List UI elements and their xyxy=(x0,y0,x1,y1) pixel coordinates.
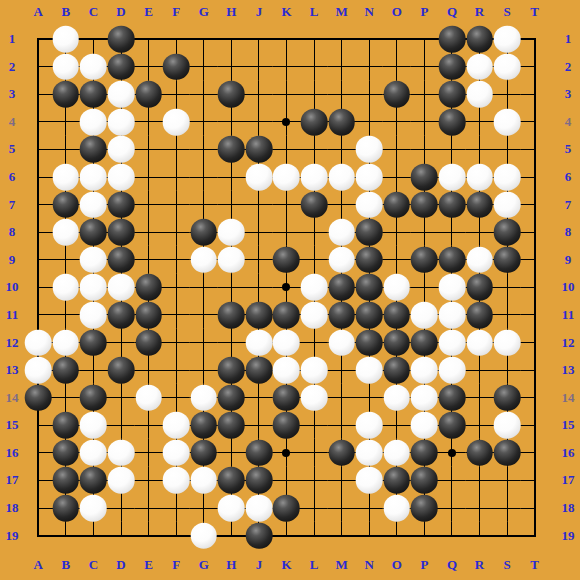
board-intersection[interactable] xyxy=(162,53,190,81)
board-intersection[interactable] xyxy=(80,494,108,522)
board-intersection[interactable] xyxy=(521,356,549,384)
board-intersection[interactable] xyxy=(355,136,383,164)
board-intersection[interactable] xyxy=(245,246,273,274)
board-intersection[interactable] xyxy=(190,53,218,81)
board-intersection[interactable] xyxy=(218,108,246,136)
board-intersection[interactable] xyxy=(135,246,163,274)
board-intersection[interactable] xyxy=(52,53,80,81)
board-intersection[interactable] xyxy=(521,522,549,550)
board-intersection[interactable] xyxy=(493,356,521,384)
board-intersection[interactable] xyxy=(300,411,328,439)
board-intersection[interactable] xyxy=(52,439,80,467)
board-intersection[interactable] xyxy=(80,108,108,136)
board-intersection[interactable] xyxy=(162,25,190,53)
board-intersection[interactable] xyxy=(328,53,356,81)
board-intersection[interactable] xyxy=(466,439,494,467)
board-intersection[interactable] xyxy=(355,384,383,412)
board-intersection[interactable] xyxy=(80,411,108,439)
board-intersection[interactable] xyxy=(245,81,273,109)
board-intersection[interactable] xyxy=(273,136,301,164)
board-intersection[interactable] xyxy=(493,411,521,439)
board-intersection[interactable] xyxy=(466,191,494,219)
board-intersection[interactable] xyxy=(493,53,521,81)
board-intersection[interactable] xyxy=(80,356,108,384)
board-intersection[interactable] xyxy=(355,53,383,81)
board-intersection[interactable] xyxy=(438,25,466,53)
board-intersection[interactable] xyxy=(245,356,273,384)
board-intersection[interactable] xyxy=(328,356,356,384)
board-intersection[interactable] xyxy=(218,274,246,302)
board-intersection[interactable] xyxy=(328,136,356,164)
board-intersection[interactable] xyxy=(52,108,80,136)
board-intersection[interactable] xyxy=(438,467,466,495)
board-intersection[interactable] xyxy=(273,218,301,246)
board-intersection[interactable] xyxy=(52,494,80,522)
board-intersection[interactable] xyxy=(107,439,135,467)
board-intersection[interactable] xyxy=(107,274,135,302)
board-intersection[interactable] xyxy=(190,329,218,357)
board-intersection[interactable] xyxy=(328,384,356,412)
board-intersection[interactable] xyxy=(273,494,301,522)
board-intersection[interactable] xyxy=(411,439,439,467)
board-intersection[interactable] xyxy=(25,246,53,274)
board-intersection[interactable] xyxy=(218,411,246,439)
board-intersection[interactable] xyxy=(245,411,273,439)
board-intersection[interactable] xyxy=(190,81,218,109)
board-intersection[interactable] xyxy=(383,411,411,439)
board-intersection[interactable] xyxy=(328,494,356,522)
board-intersection[interactable] xyxy=(162,384,190,412)
board-intersection[interactable] xyxy=(162,136,190,164)
board-intersection[interactable] xyxy=(218,81,246,109)
board-intersection[interactable] xyxy=(273,356,301,384)
board-intersection[interactable] xyxy=(218,356,246,384)
board-intersection[interactable] xyxy=(521,467,549,495)
board-intersection[interactable] xyxy=(355,246,383,274)
board-intersection[interactable] xyxy=(190,467,218,495)
board-intersection[interactable] xyxy=(411,274,439,302)
board-intersection[interactable] xyxy=(438,81,466,109)
board-intersection[interactable] xyxy=(25,53,53,81)
board-intersection[interactable] xyxy=(190,25,218,53)
board-intersection[interactable] xyxy=(25,356,53,384)
board-intersection[interactable] xyxy=(273,467,301,495)
board-intersection[interactable] xyxy=(383,274,411,302)
board-intersection[interactable] xyxy=(162,467,190,495)
board-intersection[interactable] xyxy=(438,301,466,329)
board-intersection[interactable] xyxy=(107,218,135,246)
board-intersection[interactable] xyxy=(411,384,439,412)
board-intersection[interactable] xyxy=(383,25,411,53)
board-intersection[interactable] xyxy=(135,301,163,329)
board-intersection[interactable] xyxy=(273,384,301,412)
board-intersection[interactable] xyxy=(466,274,494,302)
board-intersection[interactable] xyxy=(438,218,466,246)
board-intersection[interactable] xyxy=(245,191,273,219)
board-intersection[interactable] xyxy=(52,467,80,495)
board-intersection[interactable] xyxy=(25,494,53,522)
board-intersection[interactable] xyxy=(355,25,383,53)
board-intersection[interactable] xyxy=(383,218,411,246)
board-intersection[interactable] xyxy=(411,301,439,329)
board-intersection[interactable] xyxy=(521,439,549,467)
board-intersection[interactable] xyxy=(493,218,521,246)
board-intersection[interactable] xyxy=(383,136,411,164)
board-intersection[interactable] xyxy=(218,163,246,191)
board-intersection[interactable] xyxy=(25,439,53,467)
board-intersection[interactable] xyxy=(383,329,411,357)
board-intersection[interactable] xyxy=(190,191,218,219)
board-intersection[interactable] xyxy=(135,81,163,109)
board-intersection[interactable] xyxy=(135,53,163,81)
board-intersection[interactable] xyxy=(190,494,218,522)
board-intersection[interactable] xyxy=(245,494,273,522)
board-intersection[interactable] xyxy=(245,439,273,467)
board-intersection[interactable] xyxy=(328,163,356,191)
board-intersection[interactable] xyxy=(107,136,135,164)
board-intersection[interactable] xyxy=(493,522,521,550)
board-intersection[interactable] xyxy=(107,108,135,136)
board-intersection[interactable] xyxy=(466,522,494,550)
board-intersection[interactable] xyxy=(273,411,301,439)
board-intersection[interactable] xyxy=(80,163,108,191)
board-intersection[interactable] xyxy=(218,301,246,329)
board-intersection[interactable] xyxy=(245,301,273,329)
board-intersection[interactable] xyxy=(521,384,549,412)
board-intersection[interactable] xyxy=(521,163,549,191)
board-intersection[interactable] xyxy=(80,274,108,302)
board-intersection[interactable] xyxy=(190,356,218,384)
board-intersection[interactable] xyxy=(438,439,466,467)
board-intersection[interactable] xyxy=(411,163,439,191)
board-intersection[interactable] xyxy=(493,191,521,219)
board-intersection[interactable] xyxy=(438,329,466,357)
board-intersection[interactable] xyxy=(383,246,411,274)
board-intersection[interactable] xyxy=(300,274,328,302)
board-intersection[interactable] xyxy=(162,301,190,329)
board-intersection[interactable] xyxy=(355,108,383,136)
board-intersection[interactable] xyxy=(411,329,439,357)
board-intersection[interactable] xyxy=(218,467,246,495)
board-intersection[interactable] xyxy=(521,136,549,164)
board-intersection[interactable] xyxy=(135,136,163,164)
board-intersection[interactable] xyxy=(493,384,521,412)
board-intersection[interactable] xyxy=(300,467,328,495)
board-intersection[interactable] xyxy=(300,329,328,357)
board-intersection[interactable] xyxy=(162,356,190,384)
board-intersection[interactable] xyxy=(80,439,108,467)
board-intersection[interactable] xyxy=(383,53,411,81)
board-intersection[interactable] xyxy=(245,218,273,246)
board-intersection[interactable] xyxy=(107,329,135,357)
board-intersection[interactable] xyxy=(135,191,163,219)
board-intersection[interactable] xyxy=(52,384,80,412)
board-intersection[interactable] xyxy=(273,329,301,357)
board-intersection[interactable] xyxy=(245,384,273,412)
board-intersection[interactable] xyxy=(135,274,163,302)
board-intersection[interactable] xyxy=(107,467,135,495)
board-intersection[interactable] xyxy=(25,136,53,164)
board-intersection[interactable] xyxy=(300,191,328,219)
board-intersection[interactable] xyxy=(521,108,549,136)
board-intersection[interactable] xyxy=(521,53,549,81)
board-intersection[interactable] xyxy=(190,108,218,136)
board-intersection[interactable] xyxy=(273,108,301,136)
board-intersection[interactable] xyxy=(80,25,108,53)
board-intersection[interactable] xyxy=(328,411,356,439)
board-intersection[interactable] xyxy=(107,522,135,550)
board-intersection[interactable] xyxy=(328,25,356,53)
board-intersection[interactable] xyxy=(218,246,246,274)
board-intersection[interactable] xyxy=(25,274,53,302)
board-intersection[interactable] xyxy=(273,81,301,109)
board-intersection[interactable] xyxy=(135,25,163,53)
board-intersection[interactable] xyxy=(466,411,494,439)
board-intersection[interactable] xyxy=(80,384,108,412)
board-intersection[interactable] xyxy=(245,108,273,136)
board-intersection[interactable] xyxy=(162,494,190,522)
board-intersection[interactable] xyxy=(52,411,80,439)
board-intersection[interactable] xyxy=(300,494,328,522)
board-intersection[interactable] xyxy=(438,191,466,219)
board-intersection[interactable] xyxy=(411,81,439,109)
board-intersection[interactable] xyxy=(80,136,108,164)
board-intersection[interactable] xyxy=(273,163,301,191)
board-intersection[interactable] xyxy=(273,191,301,219)
board-intersection[interactable] xyxy=(107,53,135,81)
board-intersection[interactable] xyxy=(52,136,80,164)
board-intersection[interactable] xyxy=(25,329,53,357)
board-intersection[interactable] xyxy=(521,218,549,246)
board-intersection[interactable] xyxy=(438,356,466,384)
board-intersection[interactable] xyxy=(107,191,135,219)
board-intersection[interactable] xyxy=(466,467,494,495)
board-intersection[interactable] xyxy=(162,191,190,219)
board-intersection[interactable] xyxy=(245,329,273,357)
board-intersection[interactable] xyxy=(355,522,383,550)
board-intersection[interactable] xyxy=(52,522,80,550)
board-intersection[interactable] xyxy=(355,467,383,495)
board-intersection[interactable] xyxy=(438,136,466,164)
board-intersection[interactable] xyxy=(300,163,328,191)
board-intersection[interactable] xyxy=(328,439,356,467)
board-intersection[interactable] xyxy=(25,191,53,219)
board-intersection[interactable] xyxy=(466,53,494,81)
board-intersection[interactable] xyxy=(245,136,273,164)
board-intersection[interactable] xyxy=(493,494,521,522)
board-intersection[interactable] xyxy=(521,25,549,53)
board-intersection[interactable] xyxy=(80,218,108,246)
board-intersection[interactable] xyxy=(135,384,163,412)
board-intersection[interactable] xyxy=(52,25,80,53)
board-intersection[interactable] xyxy=(80,191,108,219)
board-intersection[interactable] xyxy=(438,494,466,522)
board-intersection[interactable] xyxy=(411,467,439,495)
board-intersection[interactable] xyxy=(383,439,411,467)
board-intersection[interactable] xyxy=(135,467,163,495)
board-intersection[interactable] xyxy=(466,384,494,412)
board-intersection[interactable] xyxy=(328,246,356,274)
board-intersection[interactable] xyxy=(355,329,383,357)
board-intersection[interactable] xyxy=(273,53,301,81)
board-intersection[interactable] xyxy=(25,411,53,439)
board-intersection[interactable] xyxy=(190,163,218,191)
board-intersection[interactable] xyxy=(245,53,273,81)
board-intersection[interactable] xyxy=(355,439,383,467)
board-intersection[interactable] xyxy=(438,163,466,191)
board-intersection[interactable] xyxy=(300,246,328,274)
board-intersection[interactable] xyxy=(411,136,439,164)
board-intersection[interactable] xyxy=(383,384,411,412)
board-intersection[interactable] xyxy=(493,81,521,109)
board-intersection[interactable] xyxy=(521,329,549,357)
board-intersection[interactable] xyxy=(521,274,549,302)
board-intersection[interactable] xyxy=(466,329,494,357)
board-intersection[interactable] xyxy=(355,218,383,246)
board-intersection[interactable] xyxy=(245,467,273,495)
board-intersection[interactable] xyxy=(52,356,80,384)
board-intersection[interactable] xyxy=(383,356,411,384)
board-intersection[interactable] xyxy=(493,25,521,53)
board-intersection[interactable] xyxy=(411,53,439,81)
board-intersection[interactable] xyxy=(107,301,135,329)
board-intersection[interactable] xyxy=(300,439,328,467)
board-intersection[interactable] xyxy=(411,494,439,522)
board-intersection[interactable] xyxy=(25,163,53,191)
board-intersection[interactable] xyxy=(466,494,494,522)
board-intersection[interactable] xyxy=(383,108,411,136)
board-intersection[interactable] xyxy=(218,494,246,522)
board-intersection[interactable] xyxy=(411,356,439,384)
board-intersection[interactable] xyxy=(245,274,273,302)
board-intersection[interactable] xyxy=(162,439,190,467)
board-intersection[interactable] xyxy=(300,218,328,246)
board-intersection[interactable] xyxy=(190,301,218,329)
board-intersection[interactable] xyxy=(300,53,328,81)
board-intersection[interactable] xyxy=(190,218,218,246)
board-intersection[interactable] xyxy=(300,356,328,384)
board-intersection[interactable] xyxy=(300,108,328,136)
board-intersection[interactable] xyxy=(107,384,135,412)
board-intersection[interactable] xyxy=(190,522,218,550)
board-intersection[interactable] xyxy=(218,136,246,164)
board-intersection[interactable] xyxy=(25,384,53,412)
board-intersection[interactable] xyxy=(218,218,246,246)
board-intersection[interactable] xyxy=(190,411,218,439)
board-intersection[interactable] xyxy=(493,467,521,495)
board-intersection[interactable] xyxy=(80,522,108,550)
board-intersection[interactable] xyxy=(52,329,80,357)
board-intersection[interactable] xyxy=(245,522,273,550)
board-intersection[interactable] xyxy=(328,301,356,329)
board-intersection[interactable] xyxy=(80,301,108,329)
board-intersection[interactable] xyxy=(493,136,521,164)
board-intersection[interactable] xyxy=(493,439,521,467)
board-intersection[interactable] xyxy=(466,301,494,329)
board-intersection[interactable] xyxy=(521,191,549,219)
board-intersection[interactable] xyxy=(383,467,411,495)
board-intersection[interactable] xyxy=(218,384,246,412)
board-intersection[interactable] xyxy=(521,81,549,109)
board-intersection[interactable] xyxy=(135,356,163,384)
board-intersection[interactable] xyxy=(411,108,439,136)
board-intersection[interactable] xyxy=(521,246,549,274)
board-intersection[interactable] xyxy=(300,522,328,550)
board-intersection[interactable] xyxy=(25,108,53,136)
board-intersection[interactable] xyxy=(466,108,494,136)
board-intersection[interactable] xyxy=(300,301,328,329)
board-intersection[interactable] xyxy=(245,163,273,191)
board-intersection[interactable] xyxy=(162,163,190,191)
board-intersection[interactable] xyxy=(383,522,411,550)
board-intersection[interactable] xyxy=(52,301,80,329)
board-intersection[interactable] xyxy=(328,191,356,219)
board-intersection[interactable] xyxy=(466,163,494,191)
board-intersection[interactable] xyxy=(107,81,135,109)
board-intersection[interactable] xyxy=(328,81,356,109)
board-intersection[interactable] xyxy=(218,53,246,81)
board-intersection[interactable] xyxy=(162,329,190,357)
board-intersection[interactable] xyxy=(411,246,439,274)
board-intersection[interactable] xyxy=(190,384,218,412)
board-intersection[interactable] xyxy=(466,25,494,53)
board-intersection[interactable] xyxy=(493,329,521,357)
board-intersection[interactable] xyxy=(135,329,163,357)
board-intersection[interactable] xyxy=(328,522,356,550)
board-intersection[interactable] xyxy=(135,163,163,191)
board-intersection[interactable] xyxy=(273,274,301,302)
board-intersection[interactable] xyxy=(355,411,383,439)
board-intersection[interactable] xyxy=(135,494,163,522)
board-intersection[interactable] xyxy=(80,246,108,274)
board-intersection[interactable] xyxy=(190,274,218,302)
board-intersection[interactable] xyxy=(273,439,301,467)
board-intersection[interactable] xyxy=(438,53,466,81)
board-intersection[interactable] xyxy=(411,218,439,246)
board-intersection[interactable] xyxy=(383,163,411,191)
board-intersection[interactable] xyxy=(218,329,246,357)
board-intersection[interactable] xyxy=(521,301,549,329)
board-intersection[interactable] xyxy=(162,522,190,550)
board-intersection[interactable] xyxy=(493,274,521,302)
board-intersection[interactable] xyxy=(52,163,80,191)
board-intersection[interactable] xyxy=(52,218,80,246)
board-intersection[interactable] xyxy=(107,246,135,274)
board-intersection[interactable] xyxy=(135,108,163,136)
board-intersection[interactable] xyxy=(162,274,190,302)
board-intersection[interactable] xyxy=(135,411,163,439)
board-intersection[interactable] xyxy=(493,301,521,329)
board-intersection[interactable] xyxy=(273,301,301,329)
board-intersection[interactable] xyxy=(438,274,466,302)
board-intersection[interactable] xyxy=(162,108,190,136)
board-intersection[interactable] xyxy=(328,274,356,302)
board-intersection[interactable] xyxy=(300,81,328,109)
board-intersection[interactable] xyxy=(25,301,53,329)
board-intersection[interactable] xyxy=(162,246,190,274)
board-intersection[interactable] xyxy=(355,301,383,329)
board-intersection[interactable] xyxy=(162,81,190,109)
board-intersection[interactable] xyxy=(300,25,328,53)
board-intersection[interactable] xyxy=(411,522,439,550)
board-intersection[interactable] xyxy=(107,356,135,384)
board-intersection[interactable] xyxy=(493,163,521,191)
board-intersection[interactable] xyxy=(466,246,494,274)
board-intersection[interactable] xyxy=(355,81,383,109)
board-intersection[interactable] xyxy=(52,191,80,219)
board-intersection[interactable] xyxy=(466,218,494,246)
board-intersection[interactable] xyxy=(493,108,521,136)
